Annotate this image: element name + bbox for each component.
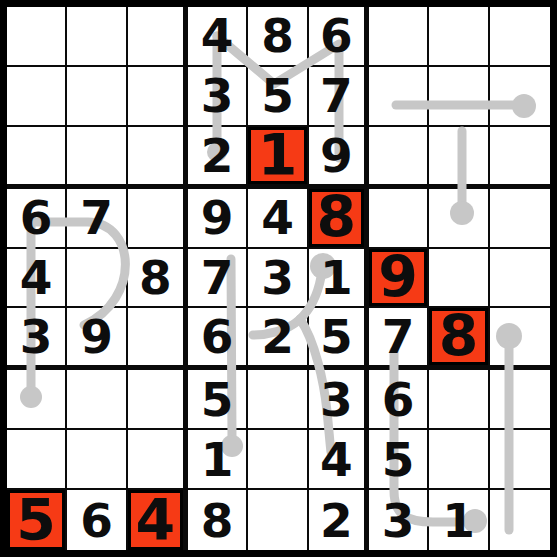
sudoku-cell-r3c4[interactable]: 2 (188, 127, 248, 189)
sudoku-cell-r8c8[interactable] (429, 430, 489, 490)
sudoku-board: 4863572196794848731939625785361455648231 (0, 0, 557, 557)
sudoku-cell-r4c5[interactable]: 4 (248, 189, 308, 249)
cell-digit: 8 (261, 12, 294, 59)
sudoku-cell-r1c5[interactable]: 8 (248, 7, 308, 67)
cell-digit: 2 (320, 497, 353, 544)
sudoku-cell-r5c2[interactable] (67, 249, 127, 309)
sudoku-cell-r7c7[interactable]: 6 (369, 370, 429, 430)
cell-digit: 8 (201, 497, 234, 544)
sudoku-cell-r7c6[interactable]: 3 (309, 370, 369, 430)
sudoku-cell-r4c7[interactable] (369, 189, 429, 249)
sudoku-cell-r3c9[interactable] (490, 127, 550, 189)
sudoku-cell-r2c9[interactable] (490, 67, 550, 127)
sudoku-cell-r1c9[interactable] (490, 7, 550, 67)
sudoku-cell-r1c6[interactable]: 6 (309, 7, 369, 67)
cell-digit: 6 (80, 497, 113, 544)
cell-digit: 1 (258, 127, 298, 184)
sudoku-cell-r7c2[interactable] (67, 370, 127, 430)
sudoku-cell-r8c3[interactable] (128, 430, 188, 490)
sudoku-cell-r9c2[interactable]: 6 (67, 490, 127, 550)
sudoku-cell-r9c7[interactable]: 3 (369, 490, 429, 550)
sudoku-cell-r7c9[interactable] (490, 370, 550, 430)
sudoku-cell-r3c2[interactable] (67, 127, 127, 189)
cell-digit: 3 (201, 72, 234, 119)
sudoku-cell-r4c9[interactable] (490, 189, 550, 249)
sudoku-cell-r5c8[interactable] (429, 249, 489, 309)
sudoku-cell-r8c2[interactable] (67, 430, 127, 490)
sudoku-cell-r4c2[interactable]: 7 (67, 189, 127, 249)
cell-digit: 9 (320, 132, 353, 179)
sudoku-cell-r6c3[interactable] (128, 308, 188, 370)
sudoku-cell-r7c4[interactable]: 5 (188, 370, 248, 430)
sudoku-cell-r2c7[interactable] (369, 67, 429, 127)
sudoku-cell-r2c8[interactable] (429, 67, 489, 127)
sudoku-cell-r9c8[interactable]: 1 (429, 490, 489, 550)
cell-digit: 8 (139, 254, 172, 301)
cell-digit: 2 (261, 313, 294, 360)
cell-digit: 8 (316, 189, 356, 246)
cell-digit: 7 (201, 254, 234, 301)
sudoku-cell-r5c1[interactable]: 4 (7, 249, 67, 309)
cell-digit: 2 (201, 132, 234, 179)
cell-digit: 6 (20, 194, 53, 241)
cell-digit: 5 (382, 436, 415, 483)
sudoku-cell-r4c1[interactable]: 6 (7, 189, 67, 249)
sudoku-cell-r2c1[interactable] (7, 67, 67, 127)
sudoku-cell-r6c9[interactable] (490, 308, 550, 370)
cell-digit: 9 (201, 194, 234, 241)
cell-digit: 7 (320, 72, 353, 119)
sudoku-cell-r9c5[interactable] (248, 490, 308, 550)
sudoku-cell-r7c3[interactable] (128, 370, 188, 430)
sudoku-cell-r7c1[interactable] (7, 370, 67, 430)
cell-digit: 1 (320, 254, 353, 301)
cell-digit: 5 (201, 376, 234, 423)
sudoku-cell-r8c7[interactable]: 5 (369, 430, 429, 490)
cell-digit: 4 (201, 12, 234, 59)
sudoku-cell-r5c4[interactable]: 7 (188, 249, 248, 309)
sudoku-cell-r2c2[interactable] (67, 67, 127, 127)
sudoku-cell-r2c4[interactable]: 3 (188, 67, 248, 127)
cell-digit: 5 (16, 492, 56, 549)
cell-digit: 1 (201, 436, 234, 483)
cell-digit: 4 (20, 254, 53, 301)
cell-digit: 8 (439, 308, 479, 365)
sudoku-cell-r6c4[interactable]: 6 (188, 308, 248, 370)
sudoku-cell-r6c7[interactable]: 7 (369, 308, 429, 370)
sudoku-cell-r9c1[interactable]: 5 (7, 490, 67, 550)
sudoku-cell-r6c5[interactable]: 2 (248, 308, 308, 370)
sudoku-cell-r8c9[interactable] (490, 430, 550, 490)
sudoku-cell-r5c7[interactable]: 9 (369, 249, 429, 309)
sudoku-cell-r6c8[interactable]: 8 (429, 308, 489, 370)
sudoku-cell-r6c1[interactable]: 3 (7, 308, 67, 370)
sudoku-cell-r7c5[interactable] (248, 370, 308, 430)
sudoku-cell-r8c5[interactable] (248, 430, 308, 490)
sudoku-cell-r4c6[interactable]: 8 (309, 189, 369, 249)
sudoku-cell-r4c8[interactable] (429, 189, 489, 249)
sudoku-cell-r4c3[interactable] (128, 189, 188, 249)
sudoku-cell-r8c1[interactable] (7, 430, 67, 490)
cell-digit: 3 (382, 497, 415, 544)
sudoku-cell-r5c6[interactable]: 1 (309, 249, 369, 309)
sudoku-cell-r8c4[interactable]: 1 (188, 430, 248, 490)
sudoku-cell-r3c5[interactable]: 1 (248, 127, 308, 189)
sudoku-cell-r1c7[interactable] (369, 7, 429, 67)
sudoku-cell-r9c3[interactable]: 4 (128, 490, 188, 550)
sudoku-cell-r1c3[interactable] (128, 7, 188, 67)
sudoku-cell-r3c3[interactable] (128, 127, 188, 189)
sudoku-cell-r3c8[interactable] (429, 127, 489, 189)
sudoku-cell-r6c6[interactable]: 5 (309, 308, 369, 370)
cell-digit: 5 (261, 72, 294, 119)
sudoku-cell-r9c9[interactable] (490, 490, 550, 550)
sudoku-cell-r3c1[interactable] (7, 127, 67, 189)
cell-digit: 3 (20, 313, 53, 360)
sudoku-cell-r1c1[interactable] (7, 7, 67, 67)
cell-digit: 6 (320, 12, 353, 59)
sudoku-cell-r5c9[interactable] (490, 249, 550, 309)
sudoku-cell-r7c8[interactable] (429, 370, 489, 430)
sudoku-cell-r5c3[interactable]: 8 (128, 249, 188, 309)
sudoku-grid: 4863572196794848731939625785361455648231 (7, 7, 550, 550)
cell-digit: 3 (320, 376, 353, 423)
cell-digit: 7 (80, 194, 113, 241)
sudoku-cell-r1c2[interactable] (67, 7, 127, 67)
cell-digit: 4 (261, 194, 294, 241)
cell-digit: 6 (201, 313, 234, 360)
cell-digit: 3 (261, 254, 294, 301)
sudoku-cell-r8c6[interactable]: 4 (309, 430, 369, 490)
sudoku-cell-r2c3[interactable] (128, 67, 188, 127)
sudoku-cell-r2c6[interactable]: 7 (309, 67, 369, 127)
sudoku-cell-r4c4[interactable]: 9 (188, 189, 248, 249)
cell-digit: 9 (80, 313, 113, 360)
sudoku-cell-r5c5[interactable]: 3 (248, 249, 308, 309)
sudoku-cell-r6c2[interactable]: 9 (67, 308, 127, 370)
cell-digit: 1 (442, 497, 475, 544)
sudoku-cell-r3c6[interactable]: 9 (309, 127, 369, 189)
cell-digit: 5 (320, 313, 353, 360)
sudoku-cell-r1c8[interactable] (429, 7, 489, 67)
sudoku-cell-r9c6[interactable]: 2 (309, 490, 369, 550)
cell-digit: 4 (320, 436, 353, 483)
sudoku-cell-r3c7[interactable] (369, 127, 429, 189)
cell-digit: 7 (382, 313, 415, 360)
cell-digit: 9 (378, 249, 418, 306)
cell-digit: 4 (135, 492, 175, 549)
sudoku-cell-r9c4[interactable]: 8 (188, 490, 248, 550)
sudoku-cell-r1c4[interactable]: 4 (188, 7, 248, 67)
cell-digit: 6 (382, 376, 415, 423)
sudoku-cell-r2c5[interactable]: 5 (248, 67, 308, 127)
